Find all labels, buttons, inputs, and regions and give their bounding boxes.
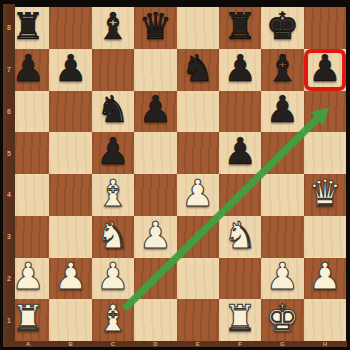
square-h3[interactable] [304, 216, 346, 258]
rank-label-4: 4 [3, 174, 15, 216]
chess-board: ♜♝♛♜♚♟♟♞♟♝♟♞♟♟♟♟♝♟♛♞♟♞♟♟♟♟♟♜♝♜♚ [7, 7, 346, 341]
piece-white-pawn[interactable]: ♟ [308, 258, 341, 295]
square-h1[interactable] [304, 299, 346, 341]
square-g4[interactable] [261, 174, 303, 216]
square-g3[interactable] [261, 216, 303, 258]
rank-label-3: 3 [3, 216, 15, 258]
piece-white-bishop[interactable]: ♝ [96, 175, 129, 212]
square-d7[interactable] [134, 49, 176, 91]
piece-black-queen[interactable]: ♛ [139, 8, 172, 45]
square-d1[interactable] [134, 299, 176, 341]
piece-white-knight[interactable]: ♞ [223, 217, 256, 254]
square-g2[interactable]: ♟ [261, 258, 303, 300]
square-h6[interactable] [304, 91, 346, 133]
file-label-b: B [49, 341, 91, 347]
square-c7[interactable] [92, 49, 134, 91]
piece-white-pawn[interactable]: ♟ [54, 258, 87, 295]
square-b3[interactable] [49, 216, 91, 258]
square-h4[interactable]: ♛ [304, 174, 346, 216]
piece-white-pawn[interactable]: ♟ [12, 258, 45, 295]
file-label-f: F [219, 341, 261, 347]
square-e1[interactable] [177, 299, 219, 341]
square-d8[interactable]: ♛ [134, 7, 176, 49]
square-c3[interactable]: ♞ [92, 216, 134, 258]
file-label-h: H [304, 341, 346, 347]
piece-white-pawn[interactable]: ♟ [181, 175, 214, 212]
square-g6[interactable]: ♟ [261, 91, 303, 133]
square-g5[interactable] [261, 132, 303, 174]
piece-white-knight[interactable]: ♞ [96, 217, 129, 254]
square-e4[interactable]: ♟ [177, 174, 219, 216]
piece-black-knight[interactable]: ♞ [96, 91, 129, 128]
file-label-gutter: ABCDEFGH [3, 341, 347, 347]
piece-black-rook[interactable]: ♜ [12, 8, 45, 45]
square-c2[interactable]: ♟ [92, 258, 134, 300]
square-h2[interactable]: ♟ [304, 258, 346, 300]
piece-white-queen[interactable]: ♛ [308, 175, 341, 212]
square-d2[interactable] [134, 258, 176, 300]
piece-white-rook[interactable]: ♜ [223, 300, 256, 337]
square-f4[interactable] [219, 174, 261, 216]
rank-label-gutter: 87654321 [3, 4, 15, 347]
square-b6[interactable] [49, 91, 91, 133]
square-f6[interactable] [219, 91, 261, 133]
square-b5[interactable] [49, 132, 91, 174]
square-e2[interactable] [177, 258, 219, 300]
square-d5[interactable] [134, 132, 176, 174]
file-label-a: A [7, 341, 49, 347]
square-h8[interactable] [304, 7, 346, 49]
square-c8[interactable]: ♝ [92, 7, 134, 49]
piece-black-pawn[interactable]: ♟ [12, 50, 45, 87]
piece-black-pawn[interactable]: ♟ [54, 50, 87, 87]
rank-label-6: 6 [3, 91, 15, 133]
square-f8[interactable]: ♜ [219, 7, 261, 49]
rank-label-7: 7 [3, 49, 15, 91]
piece-black-pawn[interactable]: ♟ [139, 91, 172, 128]
square-h7[interactable]: ♟ [304, 49, 346, 91]
square-d6[interactable]: ♟ [134, 91, 176, 133]
piece-black-king[interactable]: ♚ [266, 8, 299, 45]
piece-black-pawn[interactable]: ♟ [223, 133, 256, 170]
rank-label-8: 8 [3, 7, 15, 49]
square-b7[interactable]: ♟ [49, 49, 91, 91]
square-h5[interactable] [304, 132, 346, 174]
square-g8[interactable]: ♚ [261, 7, 303, 49]
rank-label-1: 1 [3, 299, 15, 341]
square-e5[interactable] [177, 132, 219, 174]
piece-black-pawn[interactable]: ♟ [96, 133, 129, 170]
square-e3[interactable] [177, 216, 219, 258]
piece-black-pawn[interactable]: ♟ [308, 50, 341, 87]
file-label-c: C [92, 341, 134, 347]
piece-black-rook[interactable]: ♜ [223, 8, 256, 45]
piece-white-king[interactable]: ♚ [266, 300, 299, 337]
file-label-e: E [177, 341, 219, 347]
square-e8[interactable] [177, 7, 219, 49]
piece-white-pawn[interactable]: ♟ [266, 258, 299, 295]
square-c1[interactable]: ♝ [92, 299, 134, 341]
piece-black-pawn[interactable]: ♟ [266, 91, 299, 128]
square-f7[interactable]: ♟ [219, 49, 261, 91]
square-f1[interactable]: ♜ [219, 299, 261, 341]
square-f2[interactable] [219, 258, 261, 300]
chessboard-frame: ♜♝♛♜♚♟♟♞♟♝♟♞♟♟♟♟♝♟♛♞♟♞♟♟♟♟♟♜♝♜♚ 87654321… [0, 0, 350, 350]
square-b1[interactable] [49, 299, 91, 341]
square-b8[interactable] [49, 7, 91, 49]
rank-label-2: 2 [3, 258, 15, 300]
square-e7[interactable]: ♞ [177, 49, 219, 91]
file-label-d: D [134, 341, 176, 347]
piece-white-pawn[interactable]: ♟ [139, 217, 172, 254]
square-c4[interactable]: ♝ [92, 174, 134, 216]
square-f5[interactable]: ♟ [219, 132, 261, 174]
piece-white-pawn[interactable]: ♟ [96, 258, 129, 295]
square-e6[interactable] [177, 91, 219, 133]
piece-white-rook[interactable]: ♜ [12, 300, 45, 337]
piece-black-pawn[interactable]: ♟ [223, 50, 256, 87]
piece-black-knight[interactable]: ♞ [181, 50, 214, 87]
piece-black-bishop[interactable]: ♝ [96, 8, 129, 45]
piece-white-bishop[interactable]: ♝ [96, 300, 129, 337]
file-label-g: G [261, 341, 303, 347]
square-f3[interactable]: ♞ [219, 216, 261, 258]
square-d3[interactable]: ♟ [134, 216, 176, 258]
file-labels: ABCDEFGH [7, 341, 346, 347]
square-b4[interactable] [49, 174, 91, 216]
piece-black-bishop[interactable]: ♝ [266, 50, 299, 87]
square-d4[interactable] [134, 174, 176, 216]
rank-labels: 87654321 [3, 7, 15, 341]
square-c6[interactable]: ♞ [92, 91, 134, 133]
square-b2[interactable]: ♟ [49, 258, 91, 300]
square-g7[interactable]: ♝ [261, 49, 303, 91]
square-g1[interactable]: ♚ [261, 299, 303, 341]
rank-label-5: 5 [3, 132, 15, 174]
square-c5[interactable]: ♟ [92, 132, 134, 174]
